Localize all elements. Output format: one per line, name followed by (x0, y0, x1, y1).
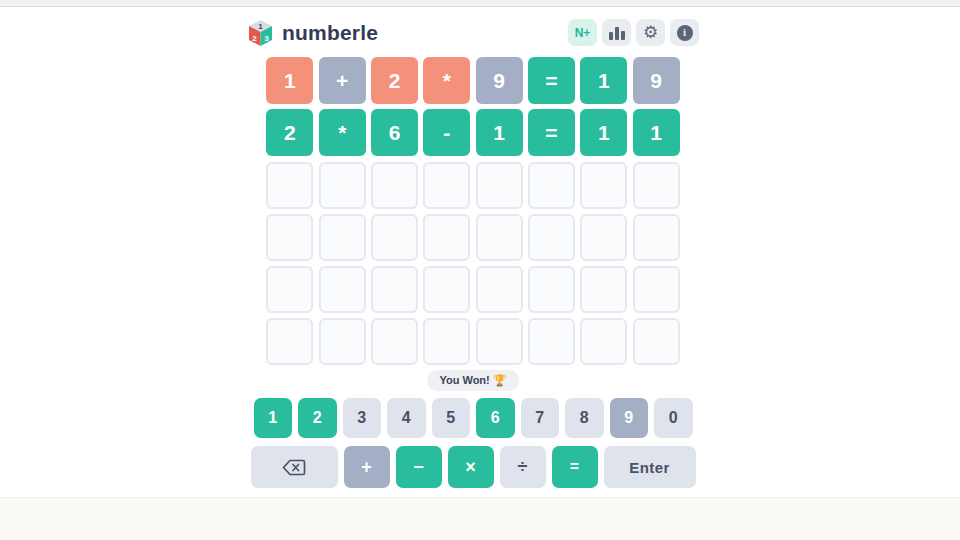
key-7[interactable]: 7 (521, 398, 560, 438)
key-9[interactable]: 9 (610, 398, 649, 438)
app-header: 1 2 3 numberle N+ ⚙ i (247, 16, 699, 49)
key-8[interactable]: 8 (565, 398, 604, 438)
board-cell (266, 162, 313, 209)
app-container: 1 2 3 numberle N+ ⚙ i 1+2*9=192*6-1=11 Y… (247, 16, 699, 488)
board-cell (371, 214, 418, 261)
numberle-cube-icon: 1 2 3 (247, 19, 274, 47)
board-cell (423, 266, 470, 313)
board-cell (528, 214, 575, 261)
board-cell (476, 214, 523, 261)
key-2[interactable]: 2 (298, 398, 337, 438)
board-cell (580, 266, 627, 313)
board-cell: 1 (580, 57, 627, 104)
browser-chrome-strip (0, 0, 960, 7)
key-plus[interactable]: + (344, 446, 390, 488)
header-buttons: N+ ⚙ i (568, 19, 699, 46)
board-cell: 1 (580, 109, 627, 156)
board-cell: + (319, 57, 366, 104)
settings-button[interactable]: ⚙ (636, 19, 665, 46)
board-cell (580, 318, 627, 365)
board-cell: = (528, 109, 575, 156)
board-cell (580, 214, 627, 261)
board-cell (476, 162, 523, 209)
board-cell (371, 266, 418, 313)
svg-text:2: 2 (252, 34, 257, 43)
board-cell (633, 266, 680, 313)
keyboard-digits-row: 1234567890 (247, 398, 699, 438)
board-cell (319, 266, 366, 313)
board-cell (423, 214, 470, 261)
board-cell (266, 318, 313, 365)
board-cell: = (528, 57, 575, 104)
board-cell (371, 318, 418, 365)
board-cell: 2 (371, 57, 418, 104)
numberle-logo: 1 2 3 numberle (247, 19, 378, 47)
board-cell: 1 (476, 109, 523, 156)
info-button[interactable]: i (670, 19, 699, 46)
app-title: numberle (282, 21, 378, 45)
new-game-button[interactable]: N+ (568, 19, 597, 46)
board-cell (633, 162, 680, 209)
board-cell: * (319, 109, 366, 156)
key-6[interactable]: 6 (476, 398, 515, 438)
gear-icon: ⚙ (643, 24, 658, 41)
footer-band (0, 497, 960, 540)
board-cell (423, 318, 470, 365)
svg-text:3: 3 (264, 34, 269, 43)
board-cell (528, 162, 575, 209)
key-4[interactable]: 4 (387, 398, 426, 438)
board-cell (423, 162, 470, 209)
key-divide[interactable]: ÷ (500, 446, 546, 488)
board-cell: 1 (633, 109, 680, 156)
key-multiply[interactable]: × (448, 446, 494, 488)
board-cell (528, 318, 575, 365)
board-cell (266, 214, 313, 261)
key-5[interactable]: 5 (432, 398, 471, 438)
board-cell (371, 162, 418, 209)
board-cell (580, 162, 627, 209)
key-3[interactable]: 3 (343, 398, 382, 438)
board-cell (319, 162, 366, 209)
keyboard-operators-row: +−×÷=Enter (247, 446, 699, 488)
board-cell (528, 266, 575, 313)
key-minus[interactable]: − (396, 446, 442, 488)
board-cell (476, 318, 523, 365)
key-enter[interactable]: Enter (604, 446, 696, 488)
key-0[interactable]: 0 (654, 398, 693, 438)
key-backspace[interactable] (251, 446, 338, 488)
status-message: You Won! 🏆 (427, 370, 518, 391)
board-cell: * (423, 57, 470, 104)
board-cell: 9 (476, 57, 523, 104)
bar-chart-icon (609, 26, 625, 40)
svg-text:1: 1 (258, 22, 263, 31)
board-cell (633, 318, 680, 365)
board-cell (319, 318, 366, 365)
backspace-icon (282, 459, 306, 476)
board: 1+2*9=192*6-1=11 (266, 57, 679, 365)
board-cell (319, 214, 366, 261)
stats-button[interactable] (602, 19, 631, 46)
board-cell (633, 214, 680, 261)
board-cell: 6 (371, 109, 418, 156)
info-icon: i (677, 25, 693, 41)
key-1[interactable]: 1 (254, 398, 293, 438)
board-cell: - (423, 109, 470, 156)
board-cell (266, 266, 313, 313)
board-cell: 1 (266, 57, 313, 104)
key-equals[interactable]: = (552, 446, 598, 488)
board-cell (476, 266, 523, 313)
board-cell: 9 (633, 57, 680, 104)
board-cell: 2 (266, 109, 313, 156)
